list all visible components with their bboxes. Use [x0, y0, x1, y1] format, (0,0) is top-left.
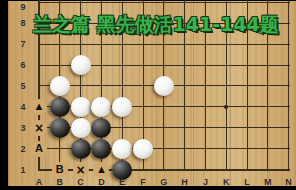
row-label-8: 8 [16, 18, 30, 28]
col-label-L: L [240, 177, 254, 187]
col-label-D: D [94, 177, 108, 187]
col-label-G: G [157, 177, 171, 187]
grid-row-9 [38, 2, 290, 3]
row-label-9: 9 [16, 2, 30, 12]
black-stone-B3 [50, 118, 70, 138]
row-label-1: 1 [16, 165, 30, 175]
row-label-4: 4 [16, 102, 30, 112]
white-stone-G5 [154, 76, 174, 96]
col-label-C: C [74, 177, 88, 187]
col-label-K: K [219, 177, 233, 187]
white-stone-F2 [133, 139, 153, 159]
black-stone-B4 [50, 97, 70, 117]
row-label-3: 3 [16, 123, 30, 133]
row-label-2: 2 [16, 144, 30, 154]
go-app-screen: ▲×AB×▲ 987654321ABCDEFGHJKLMN 兰之篇 黑先做活14… [0, 0, 296, 190]
white-stone-E2 [112, 139, 132, 159]
col-label-M: M [261, 177, 275, 187]
black-stone-D2 [91, 139, 111, 159]
col-label-N: N [282, 177, 296, 187]
white-stone-C4 [71, 97, 91, 117]
white-stone-C3 [71, 118, 91, 138]
col-label-J: J [198, 177, 212, 187]
white-stone-C6 [71, 55, 91, 75]
star-point-K4 [224, 105, 228, 109]
grid-row-7 [38, 44, 290, 45]
col-label-A: A [32, 177, 46, 187]
x-marker-A3: × [31, 120, 47, 136]
triangle-marker-D1: ▲ [93, 162, 109, 178]
col-label-B: B [53, 177, 67, 187]
row-label-6: 6 [16, 60, 30, 70]
col-label-F: F [136, 177, 150, 187]
col-label-E: E [115, 177, 129, 187]
triangle-marker-A4: ▲ [31, 99, 47, 115]
x-marker-C1: × [73, 162, 89, 178]
col-label-H: H [178, 177, 192, 187]
letter-marker-A2: A [31, 141, 47, 157]
letter-marker-B1: B [52, 162, 68, 178]
row-label-5: 5 [16, 81, 30, 91]
black-stone-D3 [91, 118, 111, 138]
problem-title: 兰之篇 黑先做活141-144题 [33, 12, 279, 38]
white-stone-B5 [50, 76, 70, 96]
black-stone-C2 [71, 139, 91, 159]
row-label-7: 7 [16, 39, 30, 49]
white-stone-E4 [112, 97, 132, 117]
